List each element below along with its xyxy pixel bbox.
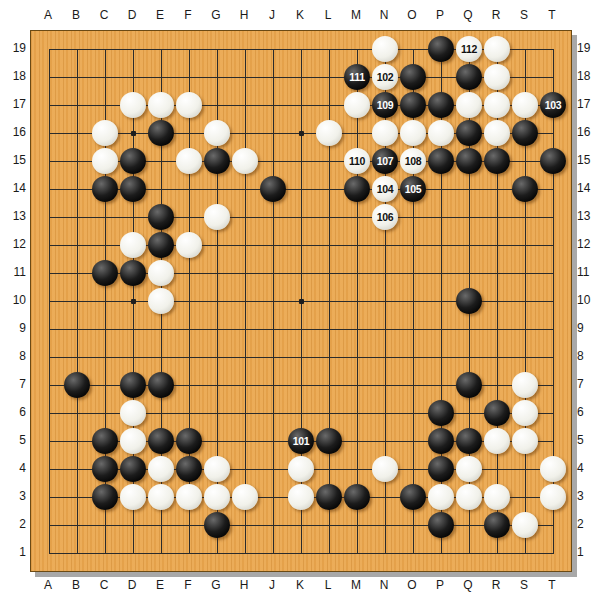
white-stone-F12 <box>176 232 202 258</box>
star-point-K10 <box>299 299 304 304</box>
black-stone-D4 <box>120 456 146 482</box>
row-label-right-18: 18 <box>577 69 600 83</box>
column-label-top-J: J <box>262 8 282 22</box>
white-stone-E10 <box>148 288 174 314</box>
white-stone-E3 <box>148 484 174 510</box>
column-label-top-E: E <box>150 8 170 22</box>
black-stone-N15-move-107: 107 <box>372 148 398 174</box>
black-stone-J14 <box>260 176 286 202</box>
white-stone-O16 <box>400 120 426 146</box>
white-stone-Q17 <box>456 92 482 118</box>
white-stone-C15 <box>92 148 118 174</box>
black-stone-O14-move-105: 105 <box>400 176 426 202</box>
column-label-top-M: M <box>346 8 366 22</box>
black-stone-B7 <box>64 372 90 398</box>
column-label-bottom-G: G <box>206 578 226 592</box>
white-stone-F17 <box>176 92 202 118</box>
row-label-right-1: 1 <box>577 545 600 559</box>
black-stone-D14 <box>120 176 146 202</box>
black-stone-E13 <box>148 204 174 230</box>
black-stone-M14 <box>344 176 370 202</box>
row-label-left-3: 3 <box>0 489 26 503</box>
column-label-top-Q: Q <box>458 8 478 22</box>
black-stone-P2 <box>428 512 454 538</box>
white-stone-P3 <box>428 484 454 510</box>
black-stone-Q10 <box>456 288 482 314</box>
column-label-top-G: G <box>206 8 226 22</box>
black-stone-T15 <box>540 148 566 174</box>
white-stone-R18 <box>484 64 510 90</box>
row-label-left-1: 1 <box>0 545 26 559</box>
row-label-left-4: 4 <box>0 461 26 475</box>
row-label-left-9: 9 <box>0 321 26 335</box>
grid-line-horizontal <box>49 329 554 330</box>
black-stone-S14 <box>512 176 538 202</box>
column-label-bottom-Q: Q <box>458 578 478 592</box>
row-label-right-3: 3 <box>577 489 600 503</box>
white-stone-S17 <box>512 92 538 118</box>
row-label-right-19: 19 <box>577 41 600 55</box>
white-stone-D12 <box>120 232 146 258</box>
white-stone-D5 <box>120 428 146 454</box>
black-stone-P6 <box>428 400 454 426</box>
column-label-bottom-H: H <box>234 578 254 592</box>
black-stone-Q18 <box>456 64 482 90</box>
white-stone-Q3 <box>456 484 482 510</box>
row-label-left-17: 17 <box>0 97 26 111</box>
column-label-bottom-J: J <box>262 578 282 592</box>
black-stone-R15 <box>484 148 510 174</box>
column-label-bottom-A: A <box>38 578 58 592</box>
white-stone-L16 <box>316 120 342 146</box>
black-stone-C5 <box>92 428 118 454</box>
column-label-bottom-F: F <box>178 578 198 592</box>
black-stone-L3 <box>316 484 342 510</box>
white-stone-G16 <box>204 120 230 146</box>
row-label-right-13: 13 <box>577 209 600 223</box>
grid-line-vertical <box>357 49 358 554</box>
row-label-left-16: 16 <box>0 125 26 139</box>
row-label-left-7: 7 <box>0 377 26 391</box>
black-stone-M18-move-111: 111 <box>344 64 370 90</box>
black-stone-R2 <box>484 512 510 538</box>
white-stone-D17 <box>120 92 146 118</box>
black-stone-E7 <box>148 372 174 398</box>
white-stone-D6 <box>120 400 146 426</box>
row-label-right-14: 14 <box>577 181 600 195</box>
white-stone-R3 <box>484 484 510 510</box>
column-label-top-S: S <box>514 8 534 22</box>
white-stone-T3 <box>540 484 566 510</box>
star-point-D16 <box>131 131 136 136</box>
column-label-top-F: F <box>178 8 198 22</box>
black-stone-M3 <box>344 484 370 510</box>
black-stone-Q16 <box>456 120 482 146</box>
black-stone-D15 <box>120 148 146 174</box>
grid-line-horizontal <box>49 525 554 526</box>
black-stone-E16 <box>148 120 174 146</box>
row-label-right-15: 15 <box>577 153 600 167</box>
column-label-top-T: T <box>542 8 562 22</box>
white-stone-K4 <box>288 456 314 482</box>
black-stone-P19 <box>428 36 454 62</box>
row-label-right-17: 17 <box>577 97 600 111</box>
white-stone-D3 <box>120 484 146 510</box>
row-label-left-8: 8 <box>0 349 26 363</box>
white-stone-M17 <box>344 92 370 118</box>
white-stone-N13-move-106: 106 <box>372 204 398 230</box>
go-game-screenshot: 112111102109103110107108104105106101 AAB… <box>0 0 600 600</box>
row-label-right-2: 2 <box>577 517 600 531</box>
row-label-left-5: 5 <box>0 433 26 447</box>
white-stone-N14-move-104: 104 <box>372 176 398 202</box>
column-label-bottom-T: T <box>542 578 562 592</box>
column-label-top-D: D <box>122 8 142 22</box>
black-stone-F5 <box>176 428 202 454</box>
row-label-left-19: 19 <box>0 41 26 55</box>
black-stone-D11 <box>120 260 146 286</box>
black-stone-C11 <box>92 260 118 286</box>
row-label-left-13: 13 <box>0 209 26 223</box>
row-label-left-6: 6 <box>0 405 26 419</box>
white-stone-N4 <box>372 456 398 482</box>
black-stone-P5 <box>428 428 454 454</box>
white-stone-G13 <box>204 204 230 230</box>
black-stone-E5 <box>148 428 174 454</box>
black-stone-L5 <box>316 428 342 454</box>
black-stone-P17 <box>428 92 454 118</box>
white-stone-M15-move-110: 110 <box>344 148 370 174</box>
column-label-top-P: P <box>430 8 450 22</box>
column-label-bottom-B: B <box>66 578 86 592</box>
black-stone-R6 <box>484 400 510 426</box>
row-label-right-5: 5 <box>577 433 600 447</box>
grid-line-horizontal <box>49 357 554 358</box>
white-stone-E11 <box>148 260 174 286</box>
column-label-bottom-M: M <box>346 578 366 592</box>
row-label-right-12: 12 <box>577 237 600 251</box>
black-stone-D7 <box>120 372 146 398</box>
black-stone-C3 <box>92 484 118 510</box>
black-stone-P4 <box>428 456 454 482</box>
black-stone-K5-move-101: 101 <box>288 428 314 454</box>
white-stone-E4 <box>148 456 174 482</box>
row-label-left-14: 14 <box>0 181 26 195</box>
row-label-right-11: 11 <box>577 265 600 279</box>
column-label-top-C: C <box>94 8 114 22</box>
white-stone-S2 <box>512 512 538 538</box>
white-stone-P16 <box>428 120 454 146</box>
row-label-left-2: 2 <box>0 517 26 531</box>
black-stone-N17-move-109: 109 <box>372 92 398 118</box>
row-label-left-10: 10 <box>0 293 26 307</box>
column-label-bottom-K: K <box>290 578 310 592</box>
black-stone-Q7 <box>456 372 482 398</box>
white-stone-H15 <box>232 148 258 174</box>
black-stone-G15 <box>204 148 230 174</box>
column-label-bottom-S: S <box>514 578 534 592</box>
column-label-top-O: O <box>402 8 422 22</box>
column-label-bottom-D: D <box>122 578 142 592</box>
white-stone-Q4 <box>456 456 482 482</box>
black-stone-F4 <box>176 456 202 482</box>
white-stone-E17 <box>148 92 174 118</box>
white-stone-Q19-move-112: 112 <box>456 36 482 62</box>
black-stone-S16 <box>512 120 538 146</box>
column-label-bottom-O: O <box>402 578 422 592</box>
black-stone-E12 <box>148 232 174 258</box>
column-label-bottom-R: R <box>486 578 506 592</box>
column-label-top-K: K <box>290 8 310 22</box>
row-label-right-7: 7 <box>577 377 600 391</box>
column-label-top-B: B <box>66 8 86 22</box>
white-stone-O15-move-108: 108 <box>400 148 426 174</box>
black-stone-Q5 <box>456 428 482 454</box>
row-label-left-12: 12 <box>0 237 26 251</box>
white-stone-T4 <box>540 456 566 482</box>
white-stone-R19 <box>484 36 510 62</box>
column-label-bottom-P: P <box>430 578 450 592</box>
white-stone-C16 <box>92 120 118 146</box>
white-stone-F15 <box>176 148 202 174</box>
column-label-bottom-L: L <box>318 578 338 592</box>
go-board[interactable]: 112111102109103110107108104105106101 <box>30 30 572 572</box>
row-label-left-18: 18 <box>0 69 26 83</box>
black-stone-O18 <box>400 64 426 90</box>
white-stone-N19 <box>372 36 398 62</box>
white-stone-S6 <box>512 400 538 426</box>
white-stone-K3 <box>288 484 314 510</box>
column-label-top-H: H <box>234 8 254 22</box>
white-stone-H3 <box>232 484 258 510</box>
column-label-top-A: A <box>38 8 58 22</box>
column-label-bottom-N: N <box>374 578 394 592</box>
star-point-K16 <box>299 131 304 136</box>
star-point-D10 <box>131 299 136 304</box>
black-stone-O3 <box>400 484 426 510</box>
black-stone-C4 <box>92 456 118 482</box>
white-stone-S7 <box>512 372 538 398</box>
black-stone-P15 <box>428 148 454 174</box>
column-label-bottom-E: E <box>150 578 170 592</box>
column-label-top-N: N <box>374 8 394 22</box>
row-label-left-15: 15 <box>0 153 26 167</box>
column-label-bottom-C: C <box>94 578 114 592</box>
black-stone-Q15 <box>456 148 482 174</box>
white-stone-N18-move-102: 102 <box>372 64 398 90</box>
white-stone-R17 <box>484 92 510 118</box>
column-label-top-R: R <box>486 8 506 22</box>
white-stone-G3 <box>204 484 230 510</box>
white-stone-F3 <box>176 484 202 510</box>
black-stone-T17-move-103: 103 <box>540 92 566 118</box>
white-stone-R5 <box>484 428 510 454</box>
white-stone-R16 <box>484 120 510 146</box>
row-label-left-11: 11 <box>0 265 26 279</box>
row-label-right-9: 9 <box>577 321 600 335</box>
column-label-top-L: L <box>318 8 338 22</box>
row-label-right-16: 16 <box>577 125 600 139</box>
white-stone-S5 <box>512 428 538 454</box>
black-stone-O17 <box>400 92 426 118</box>
row-label-right-8: 8 <box>577 349 600 363</box>
row-label-right-6: 6 <box>577 405 600 419</box>
black-stone-G2 <box>204 512 230 538</box>
grid-line-horizontal <box>49 553 554 554</box>
row-label-right-10: 10 <box>577 293 600 307</box>
white-stone-N16 <box>372 120 398 146</box>
black-stone-C14 <box>92 176 118 202</box>
white-stone-G4 <box>204 456 230 482</box>
row-label-right-4: 4 <box>577 461 600 475</box>
